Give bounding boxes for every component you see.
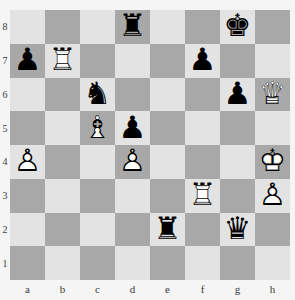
- square-g6[interactable]: ♟: [220, 78, 255, 112]
- rank-label-8: 8: [0, 10, 10, 44]
- square-c8[interactable]: [80, 10, 115, 44]
- piece-black-pawn[interactable]: ♟: [185, 44, 220, 78]
- black-knight-glyph: ♞: [80, 77, 115, 111]
- piece-white-bishop[interactable]: ♝♗: [80, 111, 115, 145]
- square-e8[interactable]: [150, 10, 185, 44]
- piece-black-queen[interactable]: ♛: [220, 213, 255, 247]
- square-f4[interactable]: [185, 145, 220, 179]
- square-c3[interactable]: [80, 179, 115, 213]
- chess-diagram: 87654321 ♜♚♟♜♖♟♞♟♛♕♝♗♟♟♙♟♙♚♔♜♖♟♙♜♛ abcde…: [0, 0, 295, 300]
- square-h5[interactable]: [255, 111, 290, 145]
- square-c5[interactable]: ♝♗: [80, 111, 115, 145]
- square-a2[interactable]: [10, 213, 45, 247]
- square-c2[interactable]: [80, 213, 115, 247]
- square-g5[interactable]: [220, 111, 255, 145]
- piece-white-king[interactable]: ♚♔: [255, 145, 290, 179]
- square-b8[interactable]: [45, 10, 80, 44]
- square-a3[interactable]: [10, 179, 45, 213]
- square-g2[interactable]: ♛: [220, 213, 255, 247]
- black-pawn-glyph: ♟: [10, 43, 45, 77]
- piece-black-knight[interactable]: ♞: [80, 78, 115, 112]
- square-f6[interactable]: [185, 78, 220, 112]
- square-e7[interactable]: [150, 44, 185, 78]
- white-pawn-outline: ♙: [10, 144, 45, 178]
- file-labels: abcdefgh: [10, 280, 290, 298]
- square-a6[interactable]: [10, 78, 45, 112]
- rank-label-6: 6: [0, 78, 10, 112]
- square-e6[interactable]: [150, 78, 185, 112]
- square-f1[interactable]: [185, 246, 220, 280]
- black-king-glyph: ♚: [220, 9, 255, 43]
- white-rook-outline: ♖: [45, 43, 80, 77]
- chess-board: ♜♚♟♜♖♟♞♟♛♕♝♗♟♟♙♟♙♚♔♜♖♟♙♜♛: [10, 10, 290, 280]
- square-g8[interactable]: ♚: [220, 10, 255, 44]
- square-e4[interactable]: [150, 145, 185, 179]
- square-a7[interactable]: ♟: [10, 44, 45, 78]
- square-h1[interactable]: [255, 246, 290, 280]
- white-rook-outline: ♖: [185, 178, 220, 212]
- square-b1[interactable]: [45, 246, 80, 280]
- file-label-h: h: [255, 280, 290, 298]
- square-e1[interactable]: [150, 246, 185, 280]
- piece-black-pawn[interactable]: ♟: [220, 78, 255, 112]
- white-king-outline: ♔: [255, 144, 290, 178]
- square-f7[interactable]: ♟: [185, 44, 220, 78]
- square-d6[interactable]: [115, 78, 150, 112]
- square-d5[interactable]: ♟: [115, 111, 150, 145]
- piece-black-king[interactable]: ♚: [220, 10, 255, 44]
- square-h7[interactable]: [255, 44, 290, 78]
- square-a5[interactable]: [10, 111, 45, 145]
- square-b7[interactable]: ♜♖: [45, 44, 80, 78]
- white-queen-outline: ♕: [255, 77, 290, 111]
- black-rook-glyph: ♜: [115, 9, 150, 43]
- square-b5[interactable]: [45, 111, 80, 145]
- file-label-g: g: [220, 280, 255, 298]
- black-pawn-glyph: ♟: [115, 110, 150, 144]
- square-f8[interactable]: [185, 10, 220, 44]
- file-label-a: a: [10, 280, 45, 298]
- square-b6[interactable]: [45, 78, 80, 112]
- file-label-c: c: [80, 280, 115, 298]
- rank-label-7: 7: [0, 44, 10, 78]
- square-d8[interactable]: ♜: [115, 10, 150, 44]
- black-rook-glyph: ♜: [150, 212, 185, 246]
- rank-label-2: 2: [0, 213, 10, 247]
- white-pawn-outline: ♙: [115, 144, 150, 178]
- square-d1[interactable]: [115, 246, 150, 280]
- rank-labels: 87654321: [0, 10, 10, 280]
- square-e2[interactable]: ♜: [150, 213, 185, 247]
- square-c4[interactable]: [80, 145, 115, 179]
- square-d3[interactable]: [115, 179, 150, 213]
- square-c1[interactable]: [80, 246, 115, 280]
- square-b3[interactable]: [45, 179, 80, 213]
- square-g7[interactable]: [220, 44, 255, 78]
- piece-white-rook[interactable]: ♜♖: [45, 44, 80, 78]
- square-d2[interactable]: [115, 213, 150, 247]
- square-a4[interactable]: ♟♙: [10, 145, 45, 179]
- square-h6[interactable]: ♛♕: [255, 78, 290, 112]
- file-label-e: e: [150, 280, 185, 298]
- square-e5[interactable]: [150, 111, 185, 145]
- black-pawn-glyph: ♟: [220, 77, 255, 111]
- square-d4[interactable]: ♟♙: [115, 145, 150, 179]
- square-b2[interactable]: [45, 213, 80, 247]
- black-pawn-glyph: ♟: [185, 43, 220, 77]
- piece-white-rook[interactable]: ♜♖: [185, 179, 220, 213]
- piece-white-pawn[interactable]: ♟♙: [255, 179, 290, 213]
- piece-black-pawn[interactable]: ♟: [115, 111, 150, 145]
- rank-label-3: 3: [0, 179, 10, 213]
- file-label-b: b: [45, 280, 80, 298]
- square-a1[interactable]: [10, 246, 45, 280]
- square-d7[interactable]: [115, 44, 150, 78]
- black-queen-glyph: ♛: [220, 212, 255, 246]
- piece-white-pawn[interactable]: ♟♙: [115, 145, 150, 179]
- file-label-d: d: [115, 280, 150, 298]
- square-a8[interactable]: [10, 10, 45, 44]
- piece-white-queen[interactable]: ♛♕: [255, 78, 290, 112]
- square-g3[interactable]: [220, 179, 255, 213]
- square-c6[interactable]: ♞: [80, 78, 115, 112]
- square-g4[interactable]: [220, 145, 255, 179]
- piece-black-rook[interactable]: ♜: [115, 10, 150, 44]
- white-bishop-outline: ♗: [80, 110, 115, 144]
- square-h4[interactable]: ♚♔: [255, 145, 290, 179]
- square-h3[interactable]: ♟♙: [255, 179, 290, 213]
- rank-label-4: 4: [0, 145, 10, 179]
- square-f2[interactable]: [185, 213, 220, 247]
- rank-label-5: 5: [0, 111, 10, 145]
- rank-label-1: 1: [0, 246, 10, 280]
- piece-black-pawn[interactable]: ♟: [10, 44, 45, 78]
- file-label-f: f: [185, 280, 220, 298]
- piece-black-rook[interactable]: ♜: [150, 213, 185, 247]
- square-f3[interactable]: ♜♖: [185, 179, 220, 213]
- square-g1[interactable]: [220, 246, 255, 280]
- square-h8[interactable]: [255, 10, 290, 44]
- square-c7[interactable]: [80, 44, 115, 78]
- square-f5[interactable]: [185, 111, 220, 145]
- piece-white-pawn[interactable]: ♟♙: [10, 145, 45, 179]
- square-b4[interactable]: [45, 145, 80, 179]
- square-h2[interactable]: [255, 213, 290, 247]
- square-e3[interactable]: [150, 179, 185, 213]
- white-pawn-outline: ♙: [255, 178, 290, 212]
